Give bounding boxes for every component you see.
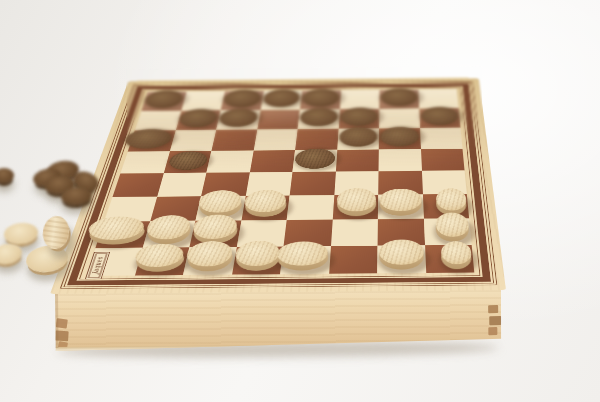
photo-background: Jaques [0,0,600,402]
square-a2[interactable] [95,221,149,248]
square-c5[interactable] [206,150,253,172]
square-a4[interactable] [113,173,164,197]
light-piece-f3[interactable] [336,192,376,216]
dark-piece-f7[interactable] [340,107,378,125]
square-b1[interactable] [135,247,190,275]
dark-piece-e7[interactable] [299,108,338,126]
square-b5[interactable] [163,151,211,173]
square-f2[interactable] [331,219,378,246]
square-a8[interactable] [141,92,186,111]
square-a5[interactable] [120,151,169,173]
dark-piece-d8[interactable] [262,89,301,107]
square-d7[interactable] [257,109,300,129]
finger-joint-right [488,305,498,313]
light-piece-e1[interactable] [276,246,328,271]
dark-piece-e5[interactable] [294,148,335,169]
checkers-board: Jaques [50,78,506,294]
finger-joint-right [488,327,497,335]
square-c1[interactable] [183,247,236,275]
dark-piece-c8[interactable] [222,90,261,108]
square-h1[interactable] [425,245,475,273]
dark-piece-e8[interactable] [302,89,340,106]
light-piece-h1[interactable] [440,246,472,270]
square-b6[interactable] [170,130,217,151]
square-e7[interactable] [298,109,340,129]
square-f3[interactable] [332,195,378,220]
light-piece-a2[interactable] [86,221,147,245]
box-left-corner-edge [55,290,59,348]
dark-piece-g6[interactable] [380,127,418,146]
finger-joint-left [58,341,68,349]
dark-piece-a8[interactable] [143,90,184,108]
dark-piece-h7[interactable] [421,107,459,125]
square-f1[interactable] [329,245,378,273]
square-a6[interactable] [128,130,176,151]
square-d3[interactable] [241,195,290,220]
light-piece-d1[interactable] [234,245,282,271]
light-piece-c2[interactable] [191,219,239,243]
square-e4[interactable] [290,172,336,196]
finger-joint-right [489,316,501,325]
light-piece-b1[interactable] [133,248,187,272]
square-b7[interactable] [176,110,221,130]
dark-piece-c7[interactable] [218,108,259,126]
light-piece-g1[interactable] [379,244,424,270]
square-e1[interactable] [280,246,330,274]
dark-piece-b7[interactable] [177,109,219,127]
square-f6[interactable] [337,128,379,149]
square-d5[interactable] [249,150,295,172]
square-b4[interactable] [157,173,207,197]
square-e5[interactable] [292,150,336,172]
square-g5[interactable] [379,149,422,171]
square-h6[interactable] [420,128,463,149]
square-c7[interactable] [216,110,260,130]
square-g8[interactable] [379,90,419,109]
light-piece-g3[interactable] [380,193,422,216]
square-h7[interactable] [419,108,461,128]
light-piece-h2[interactable] [435,217,470,241]
square-d8[interactable] [260,91,302,110]
dark-piece-f6[interactable] [339,127,378,146]
square-g1[interactable] [377,245,426,273]
square-g6[interactable] [379,128,421,149]
square-d1[interactable] [232,246,284,274]
light-piece-b2[interactable] [144,220,193,244]
dark-piece-b5[interactable] [167,151,209,170]
square-h2[interactable] [424,218,472,245]
square-d6[interactable] [253,129,297,150]
perspective-wrapper: Jaques [46,0,506,294]
square-e3[interactable] [287,195,334,220]
scene-tilt-wrapper: Jaques [0,0,600,402]
dark-piece-a6[interactable] [123,129,174,149]
square-c6[interactable] [211,130,256,151]
squares-grid [86,89,474,276]
light-piece-d3[interactable] [243,194,288,217]
square-g3[interactable] [378,194,424,219]
light-piece-c1[interactable] [185,245,234,271]
square-f5[interactable] [335,149,378,171]
square-h5[interactable] [421,149,465,171]
dark-piece-g8[interactable] [381,88,417,105]
